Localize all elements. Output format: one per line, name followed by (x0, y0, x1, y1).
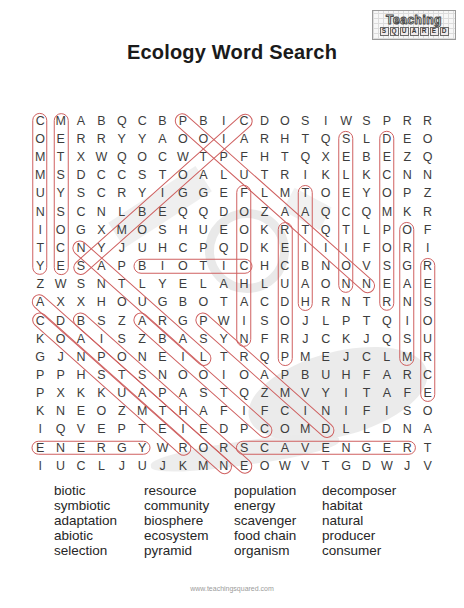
grid-cell[interactable]: A (132, 312, 152, 330)
grid-cell[interactable]: A (193, 403, 213, 421)
grid-cell[interactable]: B (152, 112, 172, 130)
grid-cell[interactable]: R (417, 348, 437, 366)
grid-cell[interactable]: N (50, 403, 70, 421)
grid-cell[interactable]: S (193, 384, 213, 402)
grid-cell[interactable]: C (91, 166, 111, 184)
grid-cell[interactable]: O (173, 166, 193, 184)
grid-cell[interactable]: H (71, 366, 91, 384)
grid-cell[interactable]: O (417, 312, 437, 330)
grid-cell[interactable]: N (91, 203, 111, 221)
grid-cell[interactable]: K (397, 203, 417, 221)
grid-cell[interactable]: P (275, 366, 295, 384)
grid-cell[interactable]: N (417, 166, 437, 184)
grid-cell[interactable]: O (417, 130, 437, 148)
grid-cell[interactable]: Q (417, 148, 437, 166)
grid-cell[interactable]: O (112, 294, 132, 312)
grid-cell[interactable]: L (132, 275, 152, 293)
grid-cell[interactable]: R (91, 130, 111, 148)
grid-cell[interactable]: L (356, 130, 376, 148)
grid-cell[interactable]: T (193, 257, 213, 275)
grid-cell[interactable]: N (91, 275, 111, 293)
grid-cell[interactable]: H (152, 239, 172, 257)
grid-cell[interactable]: B (132, 257, 152, 275)
grid-cell[interactable]: A (295, 203, 315, 221)
grid-cell[interactable]: S (132, 166, 152, 184)
grid-cell[interactable]: A (132, 384, 152, 402)
grid-cell[interactable]: R (234, 348, 254, 366)
grid-cell[interactable]: R (397, 239, 417, 257)
grid-cell[interactable]: F (397, 384, 417, 402)
grid-cell[interactable]: T (356, 312, 376, 330)
grid-cell[interactable]: O (234, 203, 254, 221)
grid-cell[interactable]: D (234, 239, 254, 257)
grid-cell[interactable]: C (71, 457, 91, 475)
grid-cell[interactable]: M (295, 348, 315, 366)
grid-cell[interactable]: T (214, 348, 234, 366)
grid-cell[interactable]: G (112, 439, 132, 457)
grid-cell[interactable]: Z (112, 312, 132, 330)
grid-cell[interactable]: O (254, 457, 274, 475)
grid-cell[interactable]: Z (254, 203, 274, 221)
grid-cell[interactable]: B (173, 294, 193, 312)
grid-cell[interactable]: L (254, 275, 274, 293)
grid-cell[interactable]: E (377, 148, 397, 166)
grid-cell[interactable]: C (173, 239, 193, 257)
grid-cell[interactable]: E (71, 439, 91, 457)
grid-cell[interactable]: N (234, 330, 254, 348)
grid-cell[interactable]: F (254, 330, 274, 348)
grid-cell[interactable]: U (112, 384, 132, 402)
grid-cell[interactable]: O (132, 148, 152, 166)
grid-cell[interactable]: R (417, 203, 437, 221)
grid-cell[interactable]: F (356, 366, 376, 384)
grid-cell[interactable]: E (234, 457, 254, 475)
grid-cell[interactable]: U (30, 185, 50, 203)
grid-cell[interactable]: U (132, 294, 152, 312)
grid-cell[interactable]: I (173, 348, 193, 366)
grid-cell[interactable]: K (254, 221, 274, 239)
grid-cell[interactable]: I (214, 130, 234, 148)
grid-cell[interactable]: U (50, 457, 70, 475)
grid-cell[interactable]: C (275, 403, 295, 421)
grid-cell[interactable]: B (132, 203, 152, 221)
grid-cell[interactable]: I (30, 457, 50, 475)
grid-cell[interactable]: M (377, 203, 397, 221)
grid-cell[interactable]: E (173, 275, 193, 293)
grid-cell[interactable]: B (193, 112, 213, 130)
grid-cell[interactable]: C (30, 112, 50, 130)
grid-cell[interactable]: M (295, 421, 315, 439)
grid-cell[interactable]: P (377, 221, 397, 239)
grid-cell[interactable]: E (397, 130, 417, 148)
grid-cell[interactable]: M (50, 112, 70, 130)
grid-cell[interactable]: R (397, 439, 417, 457)
grid-cell[interactable]: P (91, 348, 111, 366)
grid-cell[interactable]: I (214, 366, 234, 384)
grid-cell[interactable]: W (275, 457, 295, 475)
grid-cell[interactable]: G (30, 348, 50, 366)
grid-cell[interactable]: P (275, 348, 295, 366)
grid-cell[interactable]: E (152, 348, 172, 366)
grid-cell[interactable]: A (377, 384, 397, 402)
grid-cell[interactable]: N (397, 166, 417, 184)
grid-cell[interactable]: D (377, 421, 397, 439)
grid-cell[interactable]: J (397, 457, 417, 475)
grid-cell[interactable]: N (132, 348, 152, 366)
grid-cell[interactable]: G (397, 257, 417, 275)
grid-cell[interactable]: O (234, 221, 254, 239)
grid-cell[interactable]: B (356, 148, 376, 166)
grid-cell[interactable]: I (152, 257, 172, 275)
grid-cell[interactable]: G (173, 312, 193, 330)
grid-cell[interactable]: A (30, 294, 50, 312)
grid-cell[interactable]: E (214, 185, 234, 203)
grid-cell[interactable]: S (71, 185, 91, 203)
grid-cell[interactable]: Y (112, 130, 132, 148)
grid-cell[interactable]: G (173, 185, 193, 203)
grid-cell[interactable]: T (295, 221, 315, 239)
grid-cell[interactable]: B (295, 366, 315, 384)
grid-cell[interactable]: L (193, 348, 213, 366)
grid-cell[interactable]: A (71, 330, 91, 348)
grid-cell[interactable]: E (152, 203, 172, 221)
grid-cell[interactable]: P (397, 185, 417, 203)
grid-cell[interactable]: U (132, 457, 152, 475)
grid-cell[interactable]: K (173, 457, 193, 475)
grid-cell[interactable]: A (234, 130, 254, 148)
grid-cell[interactable]: S (254, 312, 274, 330)
grid-cell[interactable]: E (214, 221, 234, 239)
grid-cell[interactable]: T (112, 275, 132, 293)
grid-cell[interactable]: A (275, 203, 295, 221)
grid-cell[interactable]: E (50, 257, 70, 275)
grid-cell[interactable]: I (295, 239, 315, 257)
grid-cell[interactable]: P (112, 421, 132, 439)
grid-cell[interactable]: G (152, 294, 172, 312)
grid-cell[interactable]: I (336, 403, 356, 421)
grid-cell[interactable]: T (254, 166, 274, 184)
grid-cell[interactable]: P (152, 384, 172, 402)
grid-cell[interactable]: U (417, 330, 437, 348)
grid-cell[interactable]: I (30, 421, 50, 439)
grid-cell[interactable]: T (132, 421, 152, 439)
grid-cell[interactable]: N (50, 439, 70, 457)
grid-cell[interactable]: D (50, 312, 70, 330)
grid-cell[interactable]: K (336, 330, 356, 348)
grid-cell[interactable]: A (214, 275, 234, 293)
grid-cell[interactable]: B (295, 257, 315, 275)
grid-cell[interactable]: D (214, 421, 234, 439)
grid-cell[interactable]: N (152, 366, 172, 384)
grid-cell[interactable]: M (275, 384, 295, 402)
grid-cell[interactable]: Q (377, 330, 397, 348)
grid-cell[interactable]: R (152, 312, 172, 330)
grid-cell[interactable]: F (356, 239, 376, 257)
grid-cell[interactable]: S (397, 403, 417, 421)
grid-cell[interactable]: O (193, 439, 213, 457)
grid-cell[interactable]: T (295, 185, 315, 203)
grid-cell[interactable]: I (234, 312, 254, 330)
grid-cell[interactable]: C (30, 312, 50, 330)
grid-cell[interactable]: A (234, 294, 254, 312)
grid-cell[interactable]: S (91, 366, 111, 384)
grid-cell[interactable]: C (91, 185, 111, 203)
grid-cell[interactable]: O (397, 221, 417, 239)
grid-cell[interactable]: S (193, 330, 213, 348)
grid-cell[interactable]: D (71, 166, 91, 184)
grid-cell[interactable]: Y (315, 384, 335, 402)
grid-cell[interactable]: O (173, 257, 193, 275)
grid-cell[interactable]: E (315, 439, 335, 457)
grid-cell[interactable]: J (295, 312, 315, 330)
grid-cell[interactable]: I (397, 312, 417, 330)
grid-cell[interactable]: S (397, 330, 417, 348)
grid-cell[interactable]: S (112, 330, 132, 348)
grid-cell[interactable]: I (295, 166, 315, 184)
grid-cell[interactable]: K (30, 403, 50, 421)
grid-cell[interactable]: T (152, 166, 172, 184)
grid-cell[interactable]: A (173, 384, 193, 402)
grid-cell[interactable]: S (417, 294, 437, 312)
grid-cell[interactable]: Q (377, 312, 397, 330)
grid-cell[interactable]: S (91, 312, 111, 330)
grid-cell[interactable]: J (356, 330, 376, 348)
grid-cell[interactable]: Q (173, 203, 193, 221)
grid-cell[interactable]: S (71, 257, 91, 275)
grid-cell[interactable]: L (214, 166, 234, 184)
grid-cell[interactable]: A (91, 257, 111, 275)
grid-cell[interactable]: N (71, 239, 91, 257)
grid-cell[interactable]: P (30, 366, 50, 384)
grid-cell[interactable]: U (234, 166, 254, 184)
grid-cell[interactable]: S (336, 130, 356, 148)
grid-cell[interactable]: F (214, 403, 234, 421)
grid-cell[interactable]: N (356, 275, 376, 293)
grid-cell[interactable]: X (71, 148, 91, 166)
grid-cell[interactable]: C (112, 166, 132, 184)
grid-cell[interactable]: Q (295, 148, 315, 166)
grid-cell[interactable]: N (397, 294, 417, 312)
grid-cell[interactable]: O (193, 366, 213, 384)
grid-cell[interactable]: F (254, 403, 274, 421)
grid-cell[interactable]: Q (254, 348, 274, 366)
grid-cell[interactable]: M (132, 403, 152, 421)
grid-cell[interactable]: E (417, 275, 437, 293)
grid-cell[interactable]: D (377, 130, 397, 148)
grid-cell[interactable]: Y (91, 239, 111, 257)
grid-cell[interactable]: E (91, 421, 111, 439)
grid-cell[interactable]: O (275, 312, 295, 330)
grid-cell[interactable]: P (336, 312, 356, 330)
grid-cell[interactable]: R (254, 130, 274, 148)
grid-cell[interactable]: A (152, 130, 172, 148)
grid-cell[interactable]: H (173, 221, 193, 239)
grid-cell[interactable]: J (50, 348, 70, 366)
grid-cell[interactable]: I (315, 239, 335, 257)
grid-cell[interactable]: E (275, 239, 295, 257)
grid-cell[interactable]: T (193, 148, 213, 166)
grid-cell[interactable]: Y (132, 130, 152, 148)
grid-cell[interactable]: E (193, 421, 213, 439)
grid-cell[interactable]: Z (397, 148, 417, 166)
grid-cell[interactable]: P (30, 384, 50, 402)
grid-cell[interactable]: K (91, 384, 111, 402)
grid-cell[interactable]: M (30, 148, 50, 166)
grid-cell[interactable]: J (112, 239, 132, 257)
grid-cell[interactable]: Q (315, 221, 335, 239)
grid-cell[interactable]: O (377, 185, 397, 203)
grid-cell[interactable]: O (30, 130, 50, 148)
grid-cell[interactable]: G (356, 439, 376, 457)
grid-cell[interactable]: E (50, 130, 70, 148)
grid-cell[interactable]: H (173, 403, 193, 421)
grid-cell[interactable]: S (295, 112, 315, 130)
grid-cell[interactable]: T (152, 403, 172, 421)
grid-cell[interactable]: L (315, 312, 335, 330)
grid-cell[interactable]: D (254, 112, 274, 130)
grid-cell[interactable]: R (71, 130, 91, 148)
grid-cell[interactable]: E (336, 148, 356, 166)
grid-cell[interactable]: O (315, 185, 335, 203)
grid-cell[interactable]: R (397, 366, 417, 384)
grid-cell[interactable]: L (112, 203, 132, 221)
grid-cell[interactable]: O (336, 257, 356, 275)
grid-cell[interactable]: H (336, 366, 356, 384)
grid-cell[interactable]: A (377, 366, 397, 384)
grid-cell[interactable]: R (417, 112, 437, 130)
grid-cell[interactable]: O (91, 403, 111, 421)
grid-cell[interactable]: H (254, 148, 274, 166)
grid-cell[interactable]: S (377, 257, 397, 275)
grid-cell[interactable]: T (315, 457, 335, 475)
grid-cell[interactable]: N (315, 257, 335, 275)
grid-cell[interactable]: K (71, 384, 91, 402)
grid-cell[interactable]: C (315, 330, 335, 348)
grid-cell[interactable]: I (214, 257, 234, 275)
grid-cell[interactable]: S (50, 166, 70, 184)
grid-cell[interactable]: W (377, 457, 397, 475)
grid-cell[interactable]: E (30, 439, 50, 457)
grid-cell[interactable]: I (336, 239, 356, 257)
grid-cell[interactable]: C (336, 203, 356, 221)
grid-cell[interactable]: X (71, 294, 91, 312)
grid-cell[interactable]: L (356, 421, 376, 439)
grid-cell[interactable]: H (234, 275, 254, 293)
grid-cell[interactable]: D (315, 421, 335, 439)
grid-cell[interactable]: T (356, 384, 376, 402)
grid-cell[interactable]: O (173, 130, 193, 148)
grid-cell[interactable]: C (152, 148, 172, 166)
grid-cell[interactable]: P (112, 257, 132, 275)
grid-cell[interactable]: M (30, 166, 50, 184)
grid-cell[interactable]: C (377, 166, 397, 184)
grid-cell[interactable]: K (356, 166, 376, 184)
grid-cell[interactable]: P (193, 239, 213, 257)
grid-cell[interactable]: J (112, 457, 132, 475)
grid-cell[interactable]: I (295, 403, 315, 421)
grid-cell[interactable]: E (377, 275, 397, 293)
grid-cell[interactable]: V (71, 421, 91, 439)
grid-cell[interactable]: Q (214, 239, 234, 257)
grid-cell[interactable]: U (193, 221, 213, 239)
grid-cell[interactable]: R (377, 294, 397, 312)
grid-cell[interactable]: P (377, 112, 397, 130)
grid-cell[interactable]: A (173, 330, 193, 348)
grid-cell[interactable]: P (50, 366, 70, 384)
grid-cell[interactable]: S (50, 203, 70, 221)
grid-cell[interactable]: C (417, 366, 437, 384)
grid-cell[interactable]: B (152, 330, 172, 348)
grid-cell[interactable]: W (173, 148, 193, 166)
grid-cell[interactable]: Q (315, 130, 335, 148)
grid-cell[interactable]: Y (356, 185, 376, 203)
grid-cell[interactable]: I (336, 384, 356, 402)
grid-cell[interactable]: I (417, 239, 437, 257)
grid-cell[interactable]: T (214, 294, 234, 312)
grid-cell[interactable]: A (397, 275, 417, 293)
grid-cell[interactable]: U (132, 239, 152, 257)
grid-cell[interactable]: Y (152, 275, 172, 293)
grid-cell[interactable]: I (30, 221, 50, 239)
grid-cell[interactable]: O (132, 221, 152, 239)
grid-cell[interactable]: M (193, 457, 213, 475)
grid-cell[interactable]: R (275, 330, 295, 348)
grid-cell[interactable]: D (275, 294, 295, 312)
grid-cell[interactable]: O (193, 130, 213, 148)
grid-cell[interactable]: W (91, 148, 111, 166)
grid-cell[interactable]: I (377, 403, 397, 421)
grid-cell[interactable]: S (132, 366, 152, 384)
grid-cell[interactable]: B (91, 112, 111, 130)
grid-cell[interactable]: M (275, 185, 295, 203)
grid-cell[interactable]: O (50, 221, 70, 239)
grid-cell[interactable]: N (336, 275, 356, 293)
grid-cell[interactable]: Q (356, 203, 376, 221)
grid-cell[interactable]: K (315, 166, 335, 184)
grid-cell[interactable]: L (254, 185, 274, 203)
grid-cell[interactable]: W (336, 112, 356, 130)
grid-cell[interactable]: C (132, 112, 152, 130)
grid-cell[interactable]: Z (112, 403, 132, 421)
grid-cell[interactable]: Z (132, 330, 152, 348)
grid-cell[interactable]: V (417, 457, 437, 475)
grid-cell[interactable]: N (336, 439, 356, 457)
grid-cell[interactable]: A (417, 421, 437, 439)
grid-cell[interactable]: W (152, 439, 172, 457)
grid-cell[interactable]: V (295, 439, 315, 457)
grid-cell[interactable]: A (275, 439, 295, 457)
grid-cell[interactable]: R (214, 439, 234, 457)
grid-cell[interactable]: R (417, 257, 437, 275)
grid-cell[interactable]: X (50, 384, 70, 402)
grid-cell[interactable]: Q (234, 384, 254, 402)
grid-cell[interactable]: R (275, 221, 295, 239)
grid-cell[interactable]: O (193, 294, 213, 312)
grid-cell[interactable]: W (50, 275, 70, 293)
grid-cell[interactable]: S (234, 439, 254, 457)
grid-cell[interactable]: I (91, 330, 111, 348)
grid-cell[interactable]: R (315, 294, 335, 312)
grid-cell[interactable]: X (50, 294, 70, 312)
grid-cell[interactable]: R (397, 112, 417, 130)
grid-cell[interactable]: C (50, 239, 70, 257)
grid-cell[interactable]: Q (112, 148, 132, 166)
grid-cell[interactable]: M (397, 348, 417, 366)
grid-cell[interactable]: Y (132, 439, 152, 457)
grid-cell[interactable]: V (356, 257, 376, 275)
grid-cell[interactable]: Y (50, 185, 70, 203)
grid-cell[interactable]: A (193, 166, 213, 184)
